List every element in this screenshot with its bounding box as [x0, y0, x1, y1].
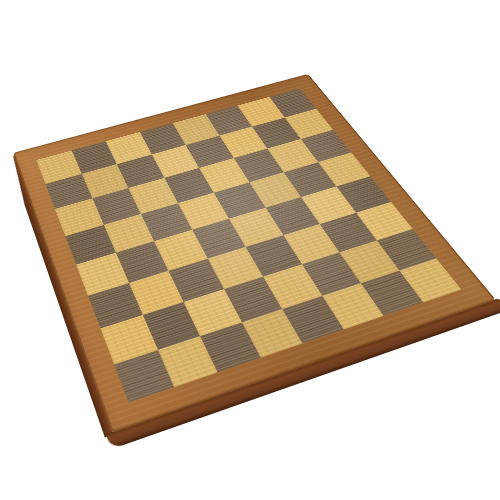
photo-white-background [0, 0, 500, 500]
board-grid [36, 89, 461, 403]
chessboard [13, 74, 496, 433]
